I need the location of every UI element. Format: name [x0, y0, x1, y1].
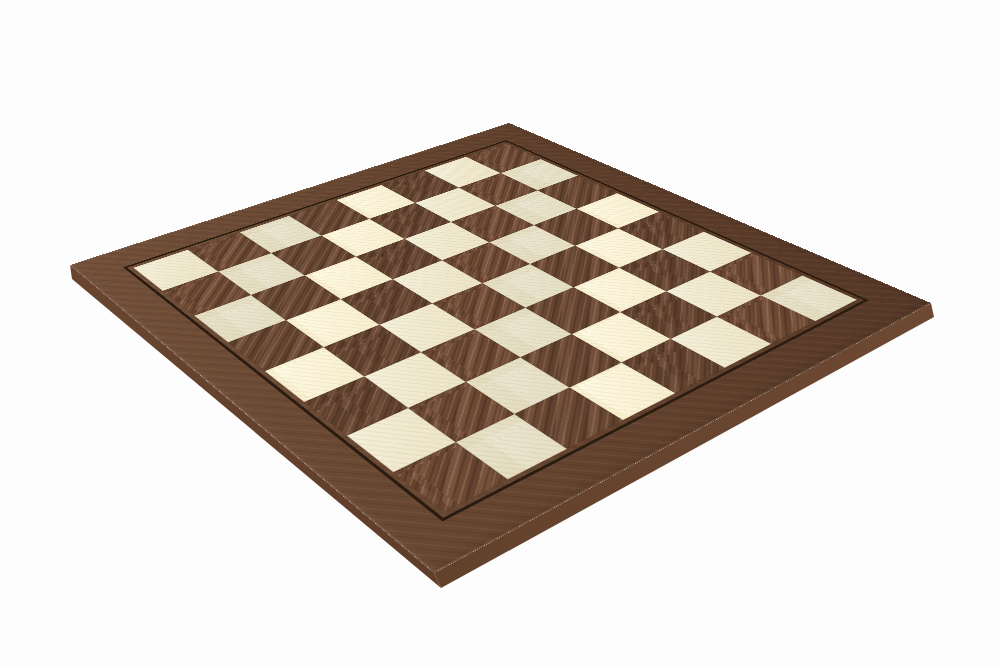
chess-board — [70, 123, 931, 573]
product-photo-scene — [0, 0, 1000, 667]
playing-area — [133, 144, 857, 513]
